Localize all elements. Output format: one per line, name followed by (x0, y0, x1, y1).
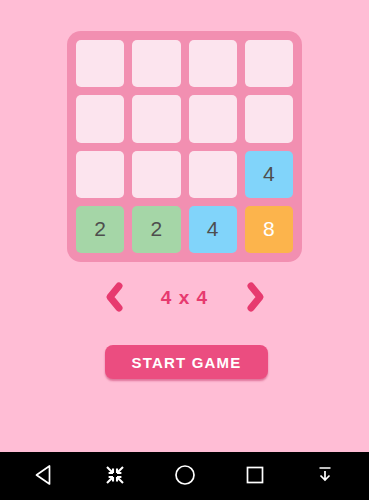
collapse-icon (103, 463, 127, 490)
android-navbar (0, 452, 369, 500)
chevron-left-icon (103, 281, 125, 316)
nav-home-button[interactable] (173, 464, 197, 488)
nav-back-button[interactable] (33, 464, 57, 488)
board-cell (245, 40, 293, 87)
board-cell (189, 151, 237, 198)
prev-size-button[interactable] (101, 281, 127, 315)
nav-collapse-button[interactable] (103, 464, 127, 488)
board-cell: 2 (132, 206, 180, 253)
home-icon (173, 463, 197, 490)
board-cell (189, 40, 237, 87)
board-cell (132, 95, 180, 142)
board-size-label: 4 x 4 (153, 287, 217, 309)
board-cell: 2 (76, 206, 124, 253)
board-cell: 4 (245, 151, 293, 198)
board-size-selector: 4 x 4 (0, 281, 369, 315)
board-cell (245, 95, 293, 142)
board-cell: 4 (189, 206, 237, 253)
nav-recents-button[interactable] (243, 464, 267, 488)
next-size-button[interactable] (243, 281, 269, 315)
board-cell (132, 40, 180, 87)
board-cell (132, 151, 180, 198)
chevron-right-icon (245, 281, 267, 316)
board-cell: 8 (245, 206, 293, 253)
game-board: 4 2 2 4 8 (67, 31, 302, 262)
board-cell (189, 95, 237, 142)
nav-minimize-button[interactable] (313, 464, 337, 488)
app-screen: 4 2 2 4 8 4 x 4 START GAME (0, 0, 369, 500)
minimize-icon (313, 463, 337, 490)
recents-icon (243, 463, 267, 490)
back-icon (33, 463, 57, 490)
board-cell (76, 151, 124, 198)
board-cell (76, 95, 124, 142)
board-cell (76, 40, 124, 87)
start-game-button[interactable]: START GAME (105, 345, 268, 379)
